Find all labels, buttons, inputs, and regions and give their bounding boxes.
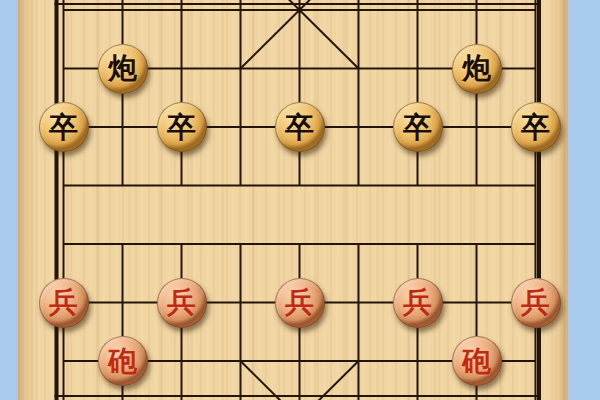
red-soldier[interactable]: 兵 [275, 278, 325, 328]
red-cannon[interactable]: 砲 [98, 336, 148, 386]
black-cannon[interactable]: 炮 [452, 44, 502, 94]
black-cannon[interactable]: 炮 [98, 44, 148, 94]
palace-center-dot [297, 8, 302, 13]
black-soldier[interactable]: 卒 [275, 102, 325, 152]
red-soldier[interactable]: 兵 [511, 278, 561, 328]
black-soldier[interactable]: 卒 [39, 102, 89, 152]
black-soldier[interactable]: 卒 [511, 102, 561, 152]
black-soldier[interactable]: 卒 [157, 102, 207, 152]
red-soldier[interactable]: 兵 [157, 278, 207, 328]
board-grid-lines [0, 0, 600, 400]
red-soldier[interactable]: 兵 [39, 278, 89, 328]
black-soldier[interactable]: 卒 [393, 102, 443, 152]
red-cannon[interactable]: 砲 [452, 336, 502, 386]
red-soldier[interactable]: 兵 [393, 278, 443, 328]
xiangqi-app-window: 炮炮卒卒卒卒卒兵兵兵兵兵砲砲 [0, 0, 600, 400]
